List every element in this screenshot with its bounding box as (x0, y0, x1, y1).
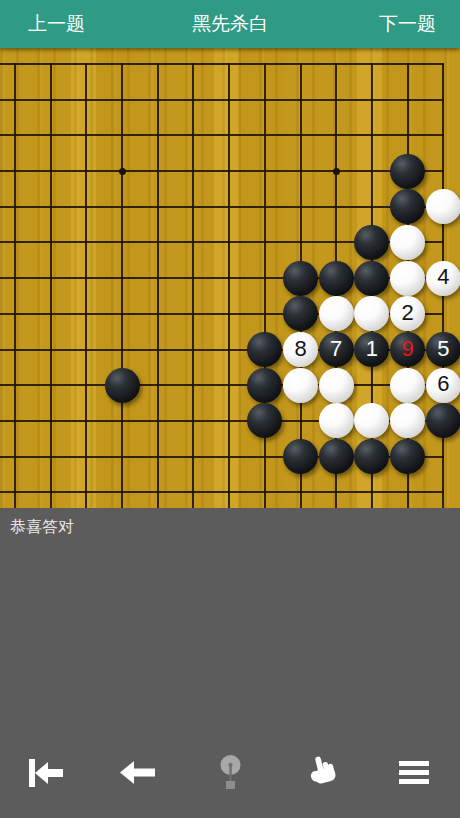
prev-problem-button[interactable]: 上一题 (28, 11, 85, 37)
skip-to-start-icon (27, 758, 65, 791)
move-number-label: 2 (401, 302, 413, 324)
stone-black-9: 9 (390, 332, 425, 367)
grid-line (14, 63, 16, 508)
grid-line (157, 63, 159, 508)
stone-white-8: 8 (283, 332, 318, 367)
grid-line (121, 63, 123, 508)
move-number-label: 5 (437, 338, 449, 360)
star-point (119, 168, 126, 175)
stone-black (247, 368, 282, 403)
app-screen: 上一题 黑先杀白 下一题 42871956 恭喜答对 (0, 0, 460, 818)
grid-line (85, 63, 87, 508)
stone-white (319, 368, 354, 403)
grid-line (0, 63, 444, 65)
stone-black (426, 403, 460, 438)
stone-black (319, 261, 354, 296)
grid-line (0, 134, 444, 136)
move-number-label: 6 (437, 373, 449, 395)
back-arrow-icon (120, 759, 156, 789)
undo-button[interactable] (92, 730, 184, 818)
move-number-label: 9 (401, 338, 413, 360)
grid-line (192, 63, 194, 508)
hamburger-menu-icon (398, 760, 430, 788)
lightbulb-icon (217, 754, 244, 794)
stone-white (319, 296, 354, 331)
bottom-toolbar (0, 730, 460, 818)
grid-line (0, 384, 444, 386)
jump-to-start-button[interactable] (0, 730, 92, 818)
stone-white-4: 4 (426, 261, 460, 296)
star-point (333, 168, 340, 175)
menu-button[interactable] (368, 730, 460, 818)
grid-line (228, 63, 230, 508)
stone-black (247, 332, 282, 367)
stone-black (283, 261, 318, 296)
hint-button[interactable] (184, 730, 276, 818)
stone-black (247, 403, 282, 438)
stone-black (354, 261, 389, 296)
go-board[interactable]: 42871956 (0, 48, 460, 508)
stone-white (354, 403, 389, 438)
stone-white (354, 296, 389, 331)
stone-black-1: 1 (354, 332, 389, 367)
move-number-label: 1 (366, 338, 378, 360)
top-bar: 上一题 黑先杀白 下一题 (0, 0, 460, 48)
grid-line (0, 170, 444, 172)
stone-black (390, 439, 425, 474)
stone-black-7: 7 (319, 332, 354, 367)
stone-black (283, 439, 318, 474)
stone-white (390, 261, 425, 296)
play-move-button[interactable] (276, 730, 368, 818)
stone-black (105, 368, 140, 403)
grid-line (0, 206, 444, 208)
stone-black (390, 154, 425, 189)
stone-black-5: 5 (426, 332, 460, 367)
stone-white (390, 368, 425, 403)
stone-white-6: 6 (426, 368, 460, 403)
stone-black (354, 439, 389, 474)
grid-line (0, 99, 444, 101)
stone-black (354, 225, 389, 260)
stone-white (283, 368, 318, 403)
stone-white (319, 403, 354, 438)
grid-line (264, 63, 266, 508)
move-number-label: 8 (294, 338, 306, 360)
stone-black (283, 296, 318, 331)
move-number-label: 4 (437, 266, 449, 288)
hand-pointer-icon (305, 754, 339, 794)
grid-line (50, 63, 52, 508)
next-problem-button[interactable]: 下一题 (379, 11, 436, 37)
stone-black (390, 189, 425, 224)
stone-white-2: 2 (390, 296, 425, 331)
stone-white (426, 189, 460, 224)
stone-white (390, 403, 425, 438)
grid-line (0, 491, 444, 493)
result-message: 恭喜答对 (0, 508, 460, 547)
stone-black (319, 439, 354, 474)
move-number-label: 7 (330, 338, 342, 360)
stone-white (390, 225, 425, 260)
